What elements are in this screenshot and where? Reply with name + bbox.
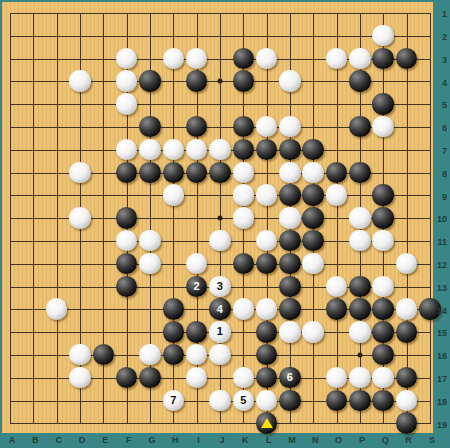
point-O2[interactable] <box>325 24 348 47</box>
point-A8[interactable] <box>0 161 22 184</box>
point-R7[interactable] <box>395 138 418 161</box>
point-E8[interactable] <box>92 161 115 184</box>
black-stone-K7 <box>233 139 255 161</box>
point-B2[interactable] <box>22 24 45 47</box>
point-O1[interactable] <box>325 1 348 24</box>
point-C19[interactable] <box>45 412 68 435</box>
point-C16[interactable] <box>45 343 68 366</box>
point-M3[interactable] <box>278 47 301 70</box>
point-P1[interactable] <box>348 1 371 24</box>
point-P8 <box>348 161 371 184</box>
point-R1[interactable] <box>395 1 418 24</box>
point-N18[interactable] <box>302 389 325 412</box>
point-B7[interactable] <box>22 138 45 161</box>
point-J1[interactable] <box>208 1 231 24</box>
white-stone-K17 <box>233 367 255 389</box>
point-A12[interactable] <box>0 252 22 275</box>
point-C9[interactable] <box>45 184 68 207</box>
point-E14[interactable] <box>92 298 115 321</box>
point-C5[interactable] <box>45 93 68 116</box>
point-I5[interactable] <box>185 93 208 116</box>
point-P16[interactable] <box>348 343 371 366</box>
point-K15[interactable] <box>232 320 255 343</box>
point-I9[interactable] <box>185 184 208 207</box>
row-label-15: 15 <box>433 328 447 338</box>
point-C13[interactable] <box>45 275 68 298</box>
point-H13[interactable] <box>162 275 185 298</box>
point-F8 <box>115 161 138 184</box>
point-B17[interactable] <box>22 366 45 389</box>
point-G2[interactable] <box>138 24 161 47</box>
point-O15[interactable] <box>325 320 348 343</box>
point-D1[interactable] <box>68 1 91 24</box>
point-C17[interactable] <box>45 366 68 389</box>
point-B5[interactable] <box>22 93 45 116</box>
point-B19[interactable] <box>22 412 45 435</box>
point-E19[interactable] <box>92 412 115 435</box>
point-R13[interactable] <box>395 275 418 298</box>
point-C1[interactable] <box>45 1 68 24</box>
black-stone-Q18 <box>372 390 394 412</box>
point-G10[interactable] <box>138 206 161 229</box>
point-A16[interactable] <box>0 343 22 366</box>
point-B1[interactable] <box>22 1 45 24</box>
point-B3[interactable] <box>22 47 45 70</box>
point-B12[interactable] <box>22 252 45 275</box>
point-G5[interactable] <box>138 93 161 116</box>
point-N13[interactable] <box>302 275 325 298</box>
point-A10[interactable] <box>0 206 22 229</box>
point-L5[interactable] <box>255 93 278 116</box>
point-H4[interactable] <box>162 70 185 93</box>
black-stone-M12 <box>279 253 301 275</box>
black-stone-P4 <box>349 70 371 92</box>
point-B4[interactable] <box>22 70 45 93</box>
point-M10 <box>278 206 301 229</box>
point-G3[interactable] <box>138 47 161 70</box>
point-K13[interactable] <box>232 275 255 298</box>
point-E13[interactable] <box>92 275 115 298</box>
point-A6[interactable] <box>0 115 22 138</box>
point-F6[interactable] <box>115 115 138 138</box>
point-G8 <box>138 161 161 184</box>
point-Q3 <box>372 47 395 70</box>
point-C18[interactable] <box>45 389 68 412</box>
point-C7[interactable] <box>45 138 68 161</box>
point-B9[interactable] <box>22 184 45 207</box>
point-P10 <box>348 206 371 229</box>
point-R6[interactable] <box>395 115 418 138</box>
white-stone-J18 <box>209 390 231 412</box>
point-R8[interactable] <box>395 161 418 184</box>
row-label-3: 3 <box>433 55 447 65</box>
point-M14 <box>278 298 301 321</box>
point-B16[interactable] <box>22 343 45 366</box>
black-stone-L19 <box>256 412 278 434</box>
point-Q19[interactable] <box>372 412 395 435</box>
point-D12[interactable] <box>68 252 91 275</box>
point-O7[interactable] <box>325 138 348 161</box>
point-R14 <box>395 298 418 321</box>
white-stone-I17 <box>186 367 208 389</box>
row-label-16: 16 <box>433 351 447 361</box>
point-D5[interactable] <box>68 93 91 116</box>
point-D19[interactable] <box>68 412 91 435</box>
point-R18 <box>395 389 418 412</box>
point-F15[interactable] <box>115 320 138 343</box>
point-L10[interactable] <box>255 206 278 229</box>
point-R4[interactable] <box>395 70 418 93</box>
point-R12 <box>395 252 418 275</box>
point-F19[interactable] <box>115 412 138 435</box>
point-K1[interactable] <box>232 1 255 24</box>
point-R16[interactable] <box>395 343 418 366</box>
white-stone-M6 <box>279 116 301 138</box>
point-H14 <box>162 298 185 321</box>
point-C4[interactable] <box>45 70 68 93</box>
point-R15 <box>395 320 418 343</box>
point-A11[interactable] <box>0 229 22 252</box>
point-G1[interactable] <box>138 1 161 24</box>
point-M1[interactable] <box>278 1 301 24</box>
point-M5[interactable] <box>278 93 301 116</box>
point-O11[interactable] <box>325 229 348 252</box>
point-N15 <box>302 320 325 343</box>
point-I18[interactable] <box>185 389 208 412</box>
point-J3[interactable] <box>208 47 231 70</box>
point-M2[interactable] <box>278 24 301 47</box>
column-label-O: O <box>332 435 346 445</box>
point-D13[interactable] <box>68 275 91 298</box>
point-E3[interactable] <box>92 47 115 70</box>
row-label-4: 4 <box>433 78 447 88</box>
point-C2[interactable] <box>45 24 68 47</box>
black-stone-G6 <box>139 116 161 138</box>
point-P5[interactable] <box>348 93 371 116</box>
point-B13[interactable] <box>22 275 45 298</box>
point-E2[interactable] <box>92 24 115 47</box>
point-O6[interactable] <box>325 115 348 138</box>
point-H12[interactable] <box>162 252 185 275</box>
point-J16 <box>208 343 231 366</box>
white-stone-Q11 <box>372 230 394 252</box>
point-I14[interactable] <box>185 298 208 321</box>
row-label-7: 7 <box>433 146 447 156</box>
point-N14[interactable] <box>302 298 325 321</box>
point-N17[interactable] <box>302 366 325 389</box>
point-G14[interactable] <box>138 298 161 321</box>
point-O4[interactable] <box>325 70 348 93</box>
point-B8[interactable] <box>22 161 45 184</box>
point-B14[interactable] <box>22 298 45 321</box>
point-I1[interactable] <box>185 1 208 24</box>
point-H2[interactable] <box>162 24 185 47</box>
point-R9[interactable] <box>395 184 418 207</box>
point-L13[interactable] <box>255 275 278 298</box>
black-stone-J8 <box>209 162 231 184</box>
white-stone-M8 <box>279 162 301 184</box>
point-G19[interactable] <box>138 412 161 435</box>
point-L12 <box>255 252 278 275</box>
point-A7[interactable] <box>0 138 22 161</box>
point-A4[interactable] <box>0 70 22 93</box>
black-stone-N11 <box>302 230 324 252</box>
point-J15: 1 <box>208 320 231 343</box>
column-label-P: P <box>355 435 369 445</box>
point-R2[interactable] <box>395 24 418 47</box>
point-C12[interactable] <box>45 252 68 275</box>
point-H19[interactable] <box>162 412 185 435</box>
point-K11[interactable] <box>232 229 255 252</box>
point-K6 <box>232 115 255 138</box>
black-stone-Q9 <box>372 184 394 206</box>
point-P7[interactable] <box>348 138 371 161</box>
point-O18 <box>325 389 348 412</box>
point-N4[interactable] <box>302 70 325 93</box>
point-N1[interactable] <box>302 1 325 24</box>
point-H11[interactable] <box>162 229 185 252</box>
point-O10[interactable] <box>325 206 348 229</box>
point-H1[interactable] <box>162 1 185 24</box>
point-L4[interactable] <box>255 70 278 93</box>
point-G16 <box>138 343 161 366</box>
point-A19[interactable] <box>0 412 22 435</box>
point-P12[interactable] <box>348 252 371 275</box>
point-E12[interactable] <box>92 252 115 275</box>
point-F16[interactable] <box>115 343 138 366</box>
point-A15[interactable] <box>0 320 22 343</box>
point-I2[interactable] <box>185 24 208 47</box>
point-O19[interactable] <box>325 412 348 435</box>
point-N3[interactable] <box>302 47 325 70</box>
point-G15[interactable] <box>138 320 161 343</box>
point-B15[interactable] <box>22 320 45 343</box>
point-E1[interactable] <box>92 1 115 24</box>
white-stone-I3 <box>186 48 208 70</box>
point-J4[interactable] <box>208 70 231 93</box>
row-label-12: 12 <box>433 260 447 270</box>
row-label-8: 8 <box>433 169 447 179</box>
point-A14[interactable] <box>0 298 22 321</box>
point-Q8[interactable] <box>372 161 395 184</box>
point-P19[interactable] <box>348 412 371 435</box>
point-K2[interactable] <box>232 24 255 47</box>
point-K8 <box>232 161 255 184</box>
point-P2[interactable] <box>348 24 371 47</box>
point-Q12[interactable] <box>372 252 395 275</box>
point-D14[interactable] <box>68 298 91 321</box>
point-I11[interactable] <box>185 229 208 252</box>
white-stone-P11 <box>349 230 371 252</box>
point-H16 <box>162 343 185 366</box>
point-M4 <box>278 70 301 93</box>
point-F14[interactable] <box>115 298 138 321</box>
white-stone-F11 <box>116 230 138 252</box>
point-K16[interactable] <box>232 343 255 366</box>
point-L16 <box>255 343 278 366</box>
point-J6[interactable] <box>208 115 231 138</box>
point-L2[interactable] <box>255 24 278 47</box>
point-M12 <box>278 252 301 275</box>
point-A9[interactable] <box>0 184 22 207</box>
point-H17[interactable] <box>162 366 185 389</box>
point-N2[interactable] <box>302 24 325 47</box>
point-I6 <box>185 115 208 138</box>
point-Q4[interactable] <box>372 70 395 93</box>
point-L15 <box>255 320 278 343</box>
point-M16[interactable] <box>278 343 301 366</box>
white-stone-D10 <box>69 207 91 229</box>
point-A18[interactable] <box>0 389 22 412</box>
white-stone-F4 <box>116 70 138 92</box>
point-D7[interactable] <box>68 138 91 161</box>
point-J17[interactable] <box>208 366 231 389</box>
point-E9[interactable] <box>92 184 115 207</box>
white-stone-H7 <box>163 139 185 161</box>
point-A3[interactable] <box>0 47 22 70</box>
point-F2[interactable] <box>115 24 138 47</box>
point-F1[interactable] <box>115 1 138 24</box>
point-N19[interactable] <box>302 412 325 435</box>
move-4-stone-J14: 4 <box>209 298 231 320</box>
white-stone-L11 <box>256 230 278 252</box>
point-N10 <box>302 206 325 229</box>
white-stone-H3 <box>163 48 185 70</box>
point-C15[interactable] <box>45 320 68 343</box>
point-K19[interactable] <box>232 412 255 435</box>
point-O5[interactable] <box>325 93 348 116</box>
white-stone-R14 <box>396 298 418 320</box>
point-F12 <box>115 252 138 275</box>
column-label-F: F <box>122 435 136 445</box>
point-R11[interactable] <box>395 229 418 252</box>
white-stone-P3 <box>349 48 371 70</box>
point-G13[interactable] <box>138 275 161 298</box>
point-J2[interactable] <box>208 24 231 47</box>
point-J10[interactable] <box>208 206 231 229</box>
point-O16[interactable] <box>325 343 348 366</box>
point-D11[interactable] <box>68 229 91 252</box>
point-L8[interactable] <box>255 161 278 184</box>
point-M19[interactable] <box>278 412 301 435</box>
point-B10[interactable] <box>22 206 45 229</box>
point-P3 <box>348 47 371 70</box>
point-Q7[interactable] <box>372 138 395 161</box>
point-E6[interactable] <box>92 115 115 138</box>
point-N5[interactable] <box>302 93 325 116</box>
point-H6[interactable] <box>162 115 185 138</box>
black-stone-P14 <box>349 298 371 320</box>
black-stone-H14 <box>163 298 185 320</box>
point-C10[interactable] <box>45 206 68 229</box>
point-D15[interactable] <box>68 320 91 343</box>
white-stone-D16 <box>69 344 91 366</box>
point-E4[interactable] <box>92 70 115 93</box>
black-stone-N9 <box>302 184 324 206</box>
point-D3[interactable] <box>68 47 91 70</box>
point-D18[interactable] <box>68 389 91 412</box>
point-A17[interactable] <box>0 366 22 389</box>
point-H5[interactable] <box>162 93 185 116</box>
point-R5[interactable] <box>395 93 418 116</box>
point-K14 <box>232 298 255 321</box>
white-stone-M4 <box>279 70 301 92</box>
point-D2[interactable] <box>68 24 91 47</box>
point-B18[interactable] <box>22 389 45 412</box>
point-G18[interactable] <box>138 389 161 412</box>
point-L1[interactable] <box>255 1 278 24</box>
point-E17[interactable] <box>92 366 115 389</box>
point-D4 <box>68 70 91 93</box>
point-A1[interactable] <box>0 1 22 24</box>
point-A5[interactable] <box>0 93 22 116</box>
point-C11[interactable] <box>45 229 68 252</box>
point-E11[interactable] <box>92 229 115 252</box>
point-J7 <box>208 138 231 161</box>
point-L9 <box>255 184 278 207</box>
point-P9[interactable] <box>348 184 371 207</box>
point-E5[interactable] <box>92 93 115 116</box>
point-D6[interactable] <box>68 115 91 138</box>
point-E10[interactable] <box>92 206 115 229</box>
row-label-13: 13 <box>433 283 447 293</box>
point-J12[interactable] <box>208 252 231 275</box>
point-E18[interactable] <box>92 389 115 412</box>
point-K5[interactable] <box>232 93 255 116</box>
white-stone-D4 <box>69 70 91 92</box>
point-F3 <box>115 47 138 70</box>
point-I10[interactable] <box>185 206 208 229</box>
point-H9 <box>162 184 185 207</box>
point-H3 <box>162 47 185 70</box>
point-O12[interactable] <box>325 252 348 275</box>
point-Q1[interactable] <box>372 1 395 24</box>
point-N16[interactable] <box>302 343 325 366</box>
point-K18: 5 <box>232 389 255 412</box>
point-A2[interactable] <box>0 24 22 47</box>
point-J9[interactable] <box>208 184 231 207</box>
black-stone-N10 <box>302 207 324 229</box>
point-C3[interactable] <box>45 47 68 70</box>
point-H10[interactable] <box>162 206 185 229</box>
black-stone-P13 <box>349 276 371 298</box>
point-R3 <box>395 47 418 70</box>
point-F9[interactable] <box>115 184 138 207</box>
white-stone-J11 <box>209 230 231 252</box>
point-J5[interactable] <box>208 93 231 116</box>
point-P6 <box>348 115 371 138</box>
point-E7[interactable] <box>92 138 115 161</box>
column-label-N: N <box>308 435 322 445</box>
column-label-L: L <box>262 435 276 445</box>
point-C8[interactable] <box>45 161 68 184</box>
point-N6[interactable] <box>302 115 325 138</box>
point-A13[interactable] <box>0 275 22 298</box>
point-R10[interactable] <box>395 206 418 229</box>
point-E15[interactable] <box>92 320 115 343</box>
point-I19[interactable] <box>185 412 208 435</box>
point-B6[interactable] <box>22 115 45 138</box>
point-Q15 <box>372 320 395 343</box>
point-M8 <box>278 161 301 184</box>
white-stone-O17 <box>326 367 348 389</box>
point-F18[interactable] <box>115 389 138 412</box>
point-J19[interactable] <box>208 412 231 435</box>
point-G9[interactable] <box>138 184 161 207</box>
point-C6[interactable] <box>45 115 68 138</box>
point-D9[interactable] <box>68 184 91 207</box>
point-B11[interactable] <box>22 229 45 252</box>
